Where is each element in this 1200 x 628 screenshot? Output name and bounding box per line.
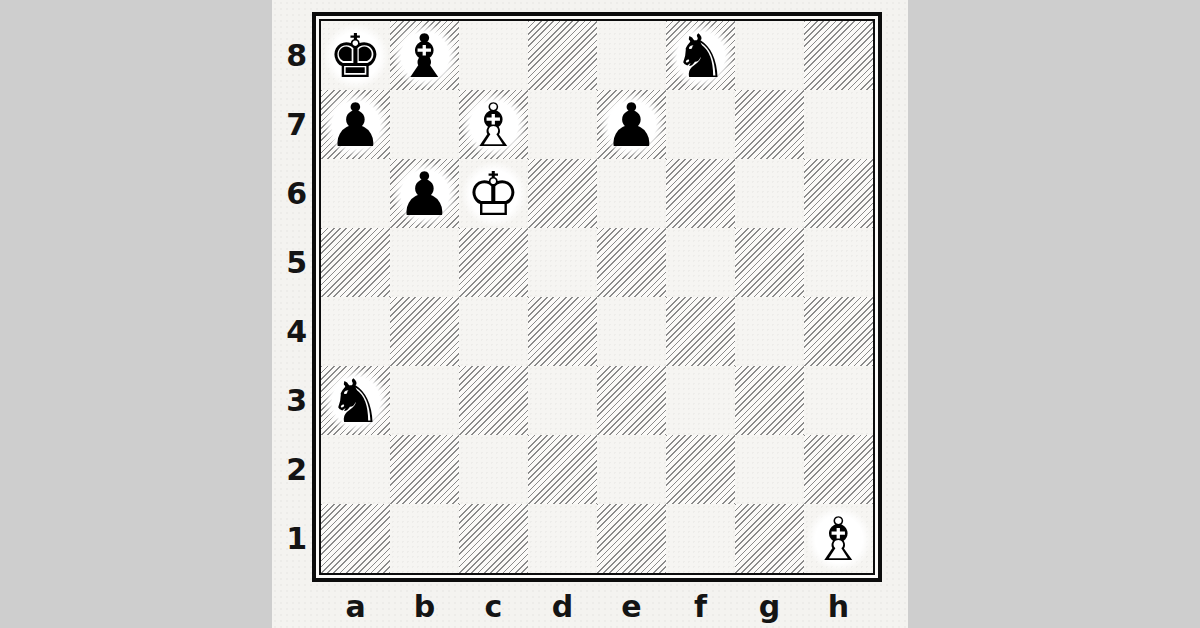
square-h1: ♗ [804,504,873,573]
rank-label-8: 8 [272,21,312,90]
square-a5 [321,228,390,297]
square-a6 [321,159,390,228]
square-g5 [735,228,804,297]
letterbox-left [0,0,272,628]
square-b2 [390,435,459,504]
square-h8 [804,21,873,90]
square-d1 [528,504,597,573]
square-h2 [804,435,873,504]
square-e5 [597,228,666,297]
square-c2 [459,435,528,504]
board-frame: ♚♝♞♟♗♟♟♔♞♗ [312,12,882,582]
square-h6 [804,159,873,228]
square-g1 [735,504,804,573]
square-a3: ♞ [321,366,390,435]
rank-label-6: 6 [272,159,312,228]
white-bishop-piece: ♗ [461,92,527,158]
square-b3 [390,366,459,435]
square-d6 [528,159,597,228]
square-f3 [666,366,735,435]
square-b6: ♟ [390,159,459,228]
square-c8 [459,21,528,90]
rank-label-5: 5 [272,228,312,297]
square-a8: ♚ [321,21,390,90]
square-f5 [666,228,735,297]
black-pawn-piece: ♟ [392,161,458,227]
square-f8: ♞ [666,21,735,90]
square-g2 [735,435,804,504]
square-b1 [390,504,459,573]
file-label-d: d [528,584,597,628]
square-f4 [666,297,735,366]
square-f6 [666,159,735,228]
rank-label-1: 1 [272,504,312,573]
square-h3 [804,366,873,435]
square-h7 [804,90,873,159]
square-b4 [390,297,459,366]
chess-diagram-screenshot: 8 7 6 5 4 3 2 1 ♚♝♞♟♗♟♟♔♞♗ a b c d e f g… [0,0,1200,628]
square-c3 [459,366,528,435]
file-label-h: h [804,584,873,628]
square-c4 [459,297,528,366]
square-b7 [390,90,459,159]
square-d8 [528,21,597,90]
black-king-piece: ♚ [323,23,389,89]
square-e2 [597,435,666,504]
square-a1 [321,504,390,573]
white-bishop-piece: ♗ [806,506,872,572]
square-a4 [321,297,390,366]
file-label-c: c [459,584,528,628]
rank-labels: 8 7 6 5 4 3 2 1 [272,21,312,573]
file-label-g: g [735,584,804,628]
square-a7: ♟ [321,90,390,159]
square-e6 [597,159,666,228]
rank-label-7: 7 [272,90,312,159]
square-b8: ♝ [390,21,459,90]
square-g7 [735,90,804,159]
square-e3 [597,366,666,435]
chess-board: ♚♝♞♟♗♟♟♔♞♗ [319,19,875,575]
rank-label-4: 4 [272,297,312,366]
square-e8 [597,21,666,90]
black-pawn-piece: ♟ [323,92,389,158]
square-f1 [666,504,735,573]
rank-label-3: 3 [272,366,312,435]
file-labels: a b c d e f g h [321,584,873,628]
square-g4 [735,297,804,366]
square-d5 [528,228,597,297]
square-e1 [597,504,666,573]
square-e4 [597,297,666,366]
square-d7 [528,90,597,159]
square-b5 [390,228,459,297]
square-d2 [528,435,597,504]
file-label-f: f [666,584,735,628]
letterbox-right [908,0,1200,628]
square-d4 [528,297,597,366]
square-c7: ♗ [459,90,528,159]
diagram-paper: 8 7 6 5 4 3 2 1 ♚♝♞♟♗♟♟♔♞♗ a b c d e f g… [272,0,908,628]
square-c1 [459,504,528,573]
file-label-b: b [390,584,459,628]
square-a2 [321,435,390,504]
square-c6: ♔ [459,159,528,228]
rank-label-2: 2 [272,435,312,504]
square-f2 [666,435,735,504]
square-g3 [735,366,804,435]
square-h4 [804,297,873,366]
square-f7 [666,90,735,159]
white-king-piece: ♔ [461,161,527,227]
black-pawn-piece: ♟ [599,92,665,158]
file-label-e: e [597,584,666,628]
square-g6 [735,159,804,228]
file-label-a: a [321,584,390,628]
square-d3 [528,366,597,435]
black-knight-piece: ♞ [323,368,389,434]
black-knight-piece: ♞ [668,23,734,89]
square-h5 [804,228,873,297]
square-c5 [459,228,528,297]
square-g8 [735,21,804,90]
black-bishop-piece: ♝ [392,23,458,89]
square-e7: ♟ [597,90,666,159]
